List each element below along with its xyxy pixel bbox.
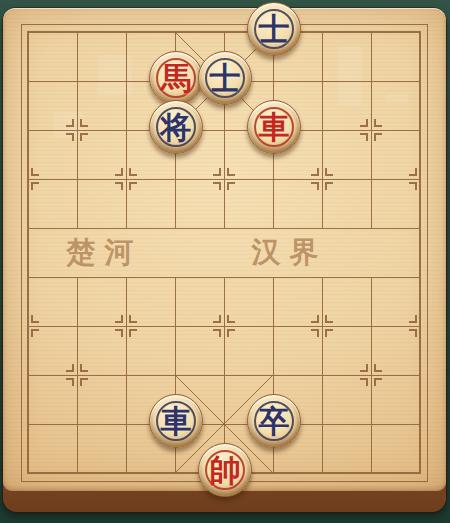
piece-glyph: 車 xyxy=(150,395,202,447)
piece-red-chariot[interactable]: 車 xyxy=(247,100,301,154)
piece-black-advisor-2[interactable]: 士 xyxy=(198,51,252,105)
piece-red-general[interactable]: 帥 xyxy=(198,443,252,497)
xiangqi-board[interactable]: 楚河 汉界 士馬士将車車卒帥 xyxy=(3,8,446,512)
piece-glyph: 帥 xyxy=(199,444,251,496)
board-surface: 楚河 汉界 士馬士将車車卒帥 xyxy=(3,8,446,491)
piece-glyph: 車 xyxy=(248,101,300,153)
river-label-right: 汉界 xyxy=(243,233,328,273)
piece-red-horse[interactable]: 馬 xyxy=(149,51,203,105)
piece-black-pawn[interactable]: 卒 xyxy=(247,394,301,448)
game-screen: { "game": { "name": "Chinese Chess (Xian… xyxy=(0,0,450,523)
piece-black-general[interactable]: 将 xyxy=(149,100,203,154)
river-label-left: 楚河 xyxy=(58,233,143,273)
piece-glyph: 将 xyxy=(150,101,202,153)
piece-black-advisor-1[interactable]: 士 xyxy=(247,2,301,56)
piece-glyph: 士 xyxy=(199,52,251,104)
piece-glyph: 士 xyxy=(248,3,300,55)
piece-black-chariot[interactable]: 車 xyxy=(149,394,203,448)
piece-glyph: 馬 xyxy=(150,52,202,104)
piece-glyph: 卒 xyxy=(248,395,300,447)
